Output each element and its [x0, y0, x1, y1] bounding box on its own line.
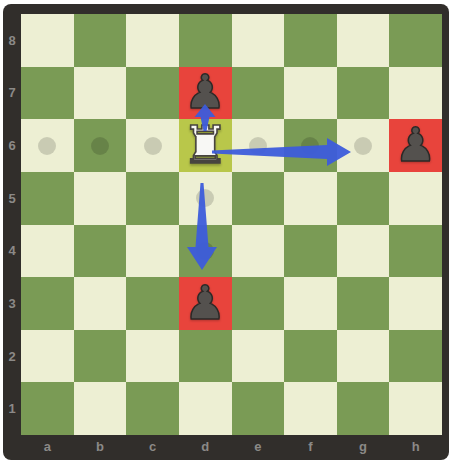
white-rook[interactable]: ♜ [182, 119, 229, 171]
file-label-c: c [126, 435, 179, 457]
square-b6[interactable] [74, 119, 127, 172]
square-f1[interactable] [284, 382, 337, 435]
square-d5[interactable] [179, 172, 232, 225]
square-d3[interactable]: ♟ [179, 277, 232, 330]
rank-label-8: 8 [3, 14, 21, 67]
file-labels: abcdefgh [21, 435, 442, 460]
square-b8[interactable] [74, 14, 127, 67]
square-a3[interactable] [21, 277, 74, 330]
rank-label-2: 2 [3, 330, 21, 383]
square-f6[interactable] [284, 119, 337, 172]
square-g8[interactable] [337, 14, 390, 67]
square-h7[interactable] [389, 67, 442, 120]
file-label-d: d [179, 435, 232, 457]
square-a5[interactable] [21, 172, 74, 225]
legal-move-dot [196, 189, 214, 207]
square-f5[interactable] [284, 172, 337, 225]
square-e3[interactable] [232, 277, 285, 330]
square-g4[interactable] [337, 225, 390, 278]
square-c5[interactable] [126, 172, 179, 225]
square-a4[interactable] [21, 225, 74, 278]
square-d4[interactable] [179, 225, 232, 278]
square-g5[interactable] [337, 172, 390, 225]
square-d2[interactable] [179, 330, 232, 383]
rank-label-1: 1 [3, 382, 21, 435]
square-d6[interactable]: ♜ [179, 119, 232, 172]
legal-move-dot [301, 137, 319, 155]
square-c8[interactable] [126, 14, 179, 67]
square-a2[interactable] [21, 330, 74, 383]
square-d1[interactable] [179, 382, 232, 435]
board-frame: 87654321 ♟♜♟♟ abcdefgh [3, 4, 449, 460]
square-h6[interactable]: ♟ [389, 119, 442, 172]
square-b3[interactable] [74, 277, 127, 330]
legal-move-dot [354, 137, 372, 155]
rank-label-3: 3 [3, 277, 21, 330]
square-g1[interactable] [337, 382, 390, 435]
square-d8[interactable] [179, 14, 232, 67]
rank-label-6: 6 [3, 119, 21, 172]
square-a1[interactable] [21, 382, 74, 435]
square-e7[interactable] [232, 67, 285, 120]
square-f8[interactable] [284, 14, 337, 67]
square-e8[interactable] [232, 14, 285, 67]
square-b1[interactable] [74, 382, 127, 435]
square-a7[interactable] [21, 67, 74, 120]
square-b5[interactable] [74, 172, 127, 225]
black-pawn[interactable]: ♟ [184, 68, 226, 115]
square-e1[interactable] [232, 382, 285, 435]
square-h3[interactable] [389, 277, 442, 330]
rank-label-7: 7 [3, 67, 21, 120]
square-c1[interactable] [126, 382, 179, 435]
square-a6[interactable] [21, 119, 74, 172]
rank-label-5: 5 [3, 172, 21, 225]
square-g2[interactable] [337, 330, 390, 383]
square-c2[interactable] [126, 330, 179, 383]
square-c4[interactable] [126, 225, 179, 278]
square-e2[interactable] [232, 330, 285, 383]
square-c3[interactable] [126, 277, 179, 330]
square-h2[interactable] [389, 330, 442, 383]
legal-move-dot [249, 137, 267, 155]
square-e5[interactable] [232, 172, 285, 225]
square-h1[interactable] [389, 382, 442, 435]
black-pawn[interactable]: ♟ [395, 121, 437, 168]
square-h4[interactable] [389, 225, 442, 278]
file-label-b: b [74, 435, 127, 457]
black-pawn[interactable]: ♟ [184, 279, 226, 326]
square-e6[interactable] [232, 119, 285, 172]
file-label-e: e [232, 435, 285, 457]
rank-label-4: 4 [3, 225, 21, 278]
legal-move-dot [91, 137, 109, 155]
square-c7[interactable] [126, 67, 179, 120]
square-b4[interactable] [74, 225, 127, 278]
square-d7[interactable]: ♟ [179, 67, 232, 120]
file-label-g: g [337, 435, 390, 457]
square-a8[interactable] [21, 14, 74, 67]
square-g3[interactable] [337, 277, 390, 330]
square-f2[interactable] [284, 330, 337, 383]
legal-move-dot [196, 242, 214, 260]
square-f3[interactable] [284, 277, 337, 330]
square-h5[interactable] [389, 172, 442, 225]
file-label-f: f [284, 435, 337, 457]
file-label-h: h [389, 435, 442, 457]
square-g6[interactable] [337, 119, 390, 172]
square-e4[interactable] [232, 225, 285, 278]
square-f4[interactable] [284, 225, 337, 278]
legal-move-dot [144, 137, 162, 155]
legal-move-dot [38, 137, 56, 155]
square-b2[interactable] [74, 330, 127, 383]
square-h8[interactable] [389, 14, 442, 67]
square-b7[interactable] [74, 67, 127, 120]
square-c6[interactable] [126, 119, 179, 172]
board[interactable]: ♟♜♟♟ [21, 14, 442, 435]
file-label-a: a [21, 435, 74, 457]
square-g7[interactable] [337, 67, 390, 120]
square-f7[interactable] [284, 67, 337, 120]
rank-labels: 87654321 [3, 14, 21, 435]
